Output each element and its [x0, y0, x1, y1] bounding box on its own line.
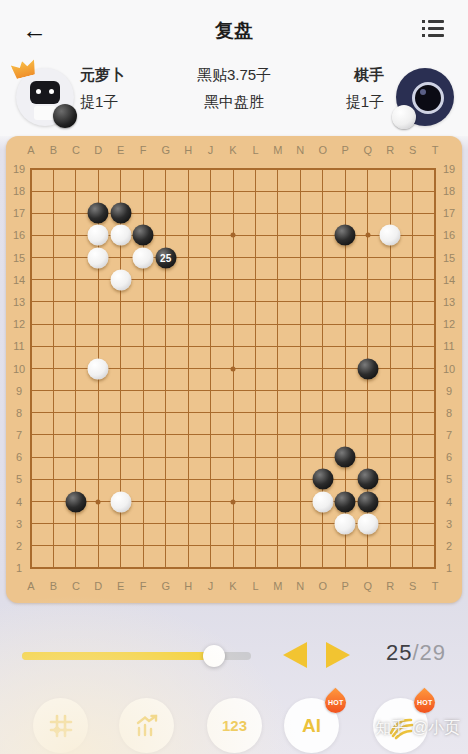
- hot-badge: HOT: [321, 688, 351, 718]
- total-move-number: 29: [420, 640, 446, 665]
- white-stone-Q3: [357, 513, 378, 534]
- current-move-number: 25: [386, 640, 412, 665]
- white-player-avatar[interactable]: [396, 68, 454, 126]
- astronaut-visor: [412, 82, 444, 114]
- star-point: [231, 233, 236, 238]
- black-stone-Q4: [357, 491, 378, 512]
- black-stone-P4: [335, 491, 356, 512]
- menu-line: [422, 34, 444, 37]
- board-grid[interactable]: 25: [31, 169, 435, 568]
- white-stone-R16: [380, 225, 401, 246]
- counter-separator: /: [412, 640, 419, 665]
- white-player-info: 棋手 提1子: [346, 66, 384, 112]
- move-numbers-button[interactable]: 123: [207, 698, 262, 753]
- black-stone-F16: [133, 225, 154, 246]
- playback-controls: 25/29: [0, 634, 468, 678]
- white-stone-E14: [110, 269, 131, 290]
- white-stone-D15: [88, 247, 109, 268]
- previous-move-button[interactable]: [283, 642, 307, 668]
- black-stone-Q5: [357, 469, 378, 490]
- black-stone-E17: [110, 203, 131, 224]
- page-title: 复盘: [0, 18, 468, 44]
- black-stone-D17: [88, 203, 109, 224]
- white-player-captures: 提1子: [346, 93, 384, 112]
- slider-fill: [22, 652, 214, 660]
- white-stone-icon: [392, 105, 416, 129]
- ai-analysis-button[interactable]: AI HOT: [284, 698, 339, 753]
- menu-line: [422, 27, 444, 30]
- next-move-button[interactable]: [326, 642, 350, 668]
- star-point: [365, 233, 370, 238]
- game-review-screen: ← 复盘 元萝卜 提1子 黑贴3.75子 黑中盘胜 棋手 提1子: [0, 0, 468, 754]
- komi-text: 黑贴3.75子: [197, 66, 271, 85]
- analysis-chart-button[interactable]: [119, 698, 174, 753]
- white-stone-D10: [88, 358, 109, 379]
- go-board[interactable]: ABCDEFGHJKLMNOPQRST ABCDEFGHJKLMNOPQRST …: [6, 136, 462, 603]
- white-stone-E4: [110, 491, 131, 512]
- black-stone-C4: [65, 491, 86, 512]
- black-stone-O5: [312, 469, 333, 490]
- result-text: 黑中盘胜: [204, 93, 264, 112]
- header: ← 复盘: [0, 0, 468, 60]
- watermark: 知乎 @小页: [375, 718, 460, 739]
- slider-knob[interactable]: [203, 645, 225, 667]
- white-stone-E16: [110, 225, 131, 246]
- white-stone-F15: [133, 247, 154, 268]
- star-point: [96, 499, 101, 504]
- move-list-menu-icon[interactable]: [422, 20, 444, 37]
- move-numbers-label: 123: [222, 717, 247, 734]
- star-point: [231, 499, 236, 504]
- move-slider[interactable]: [22, 652, 251, 660]
- star-point: [231, 366, 236, 371]
- white-stone-O4: [312, 491, 333, 512]
- black-stone-P6: [335, 447, 356, 468]
- white-player-name: 棋手: [354, 66, 384, 85]
- white-stone-D16: [88, 225, 109, 246]
- black-stone-Q10: [357, 358, 378, 379]
- grid-sparkle-icon: [47, 712, 75, 740]
- black-stone-G15: 25: [155, 247, 176, 268]
- board-setup-button[interactable]: [33, 698, 88, 753]
- black-stone-P16: [335, 225, 356, 246]
- white-stone-P3: [335, 513, 356, 534]
- trend-chart-icon: [133, 712, 161, 740]
- menu-line: [422, 20, 444, 23]
- players-panel: 元萝卜 提1子 黑贴3.75子 黑中盘胜 棋手 提1子: [0, 60, 468, 136]
- ai-label: AI: [302, 715, 321, 737]
- move-counter: 25/29: [386, 640, 446, 666]
